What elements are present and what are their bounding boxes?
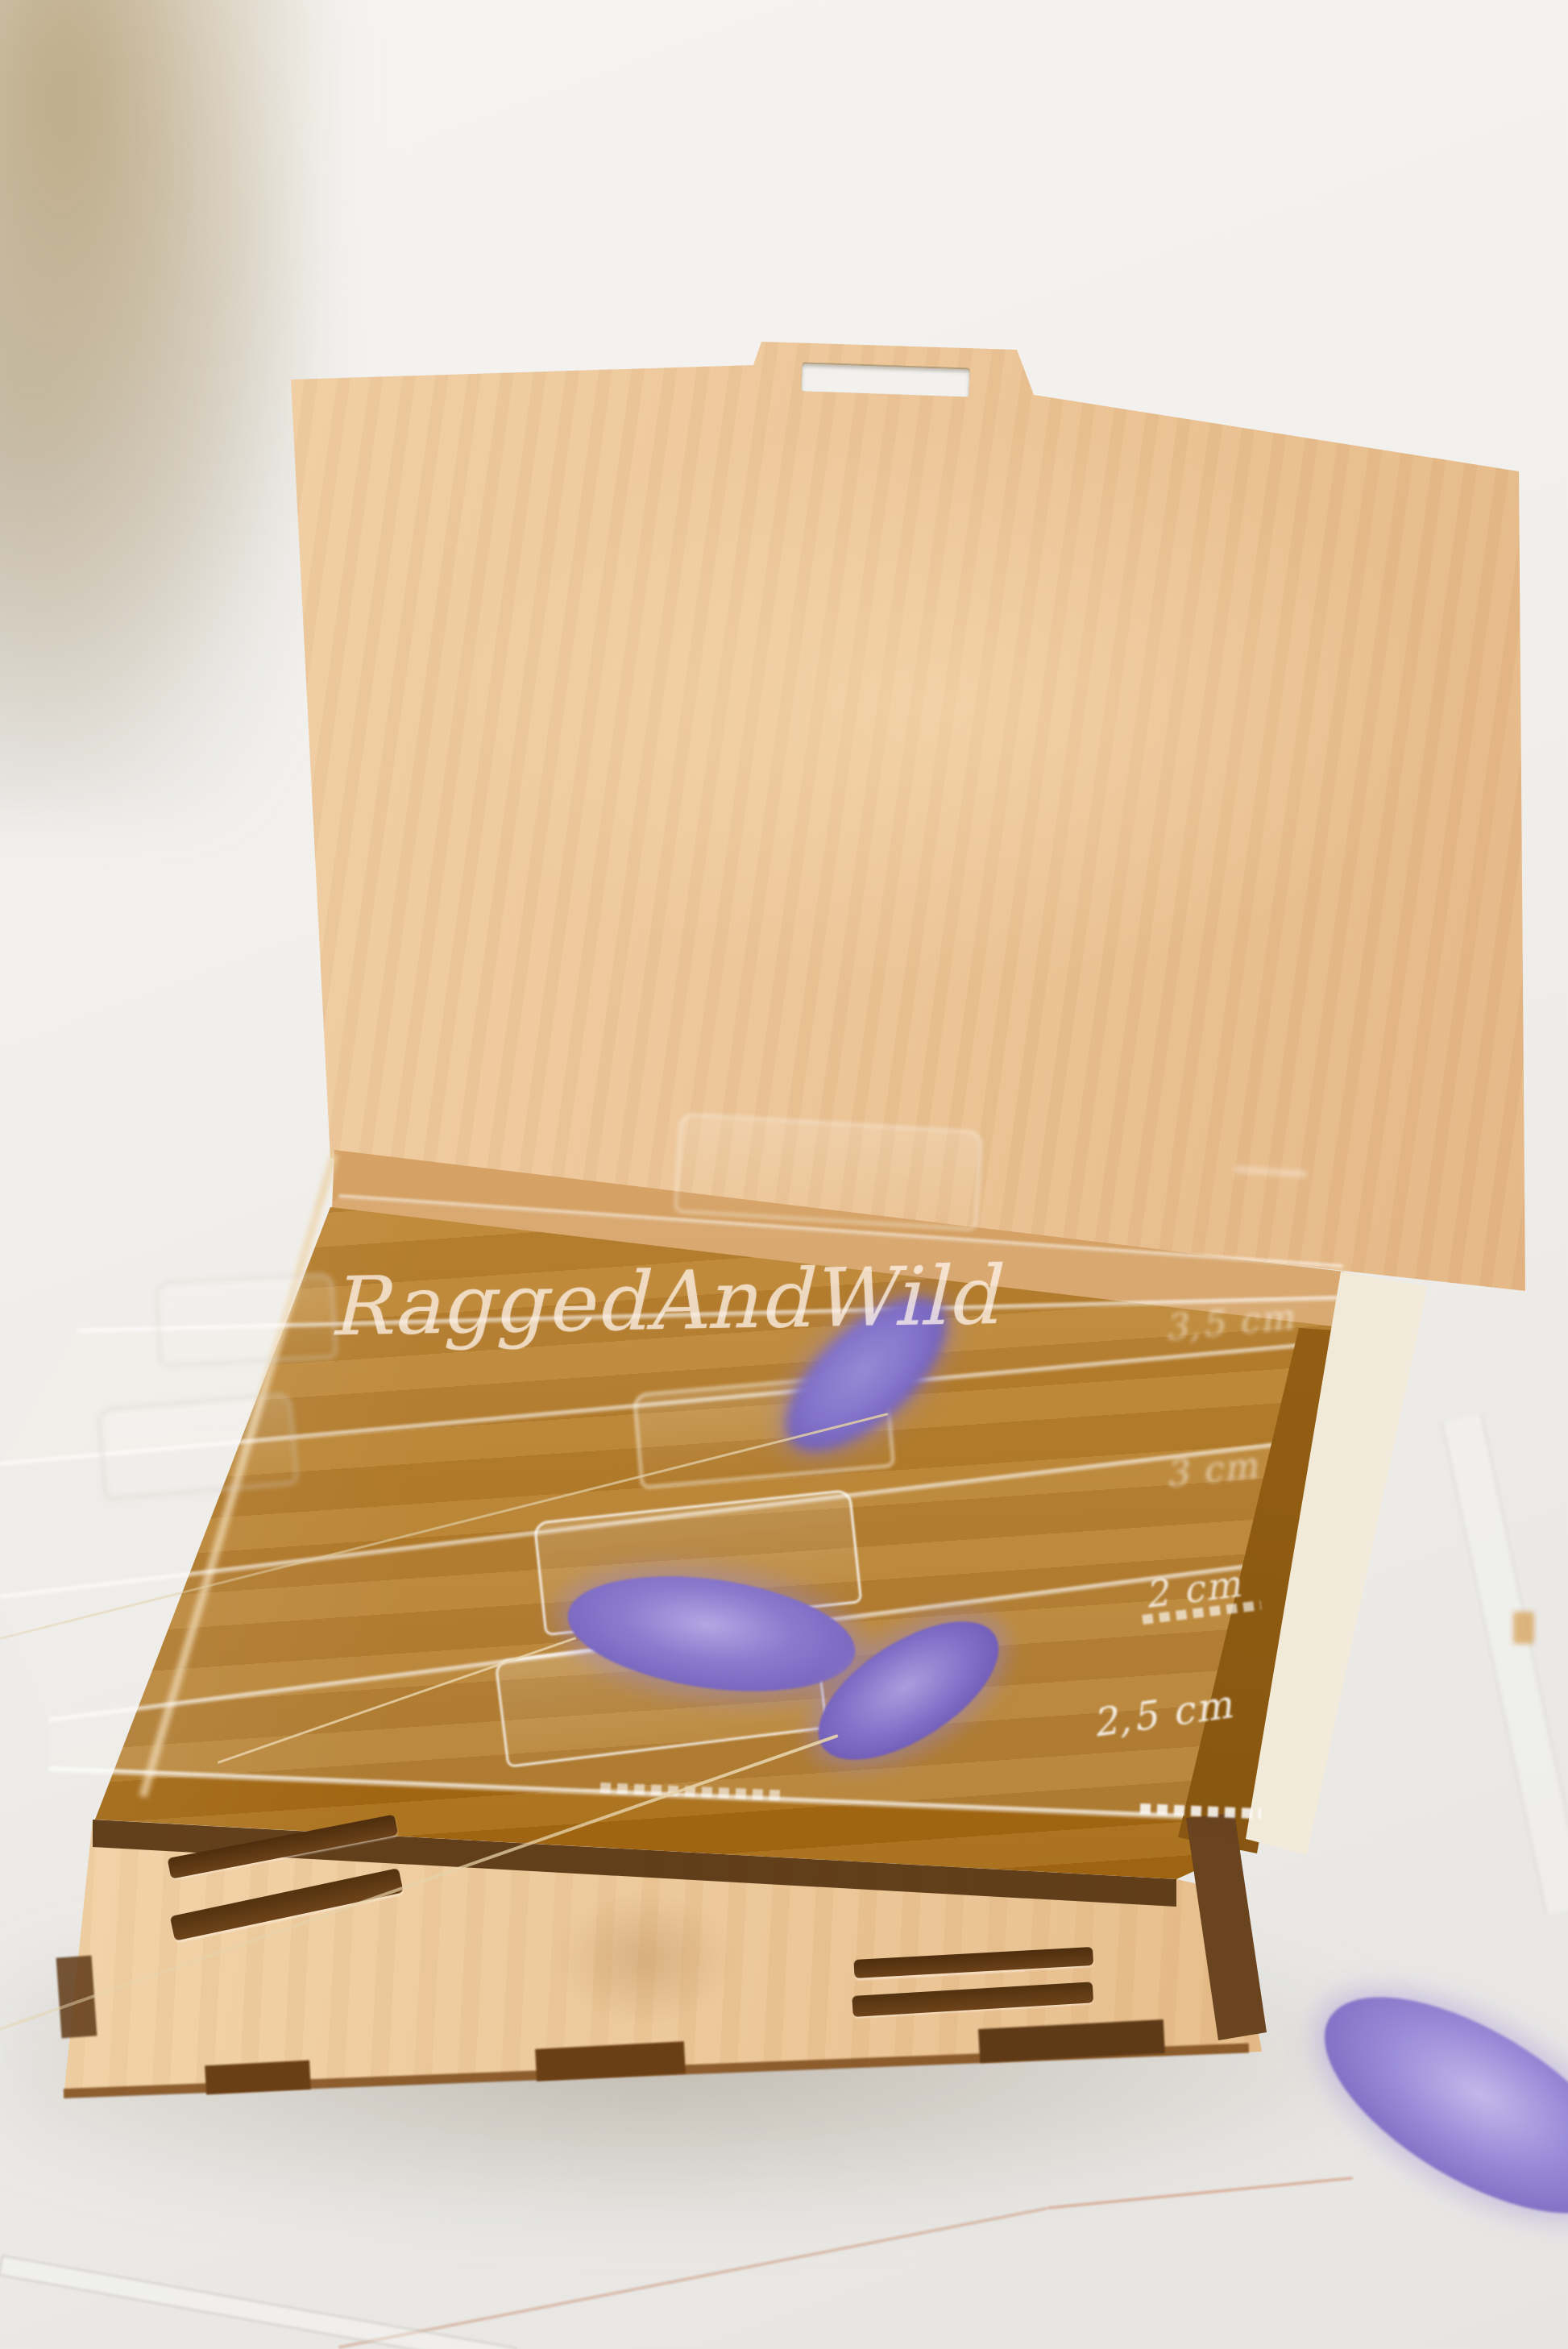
table-acrylic-strip-bottom-left: [0, 2255, 516, 2349]
acrylic-tab-back: [674, 1113, 983, 1231]
acrylic-tab-left-row2: [155, 1272, 337, 1367]
acrylic-strip-amber-glint: [1513, 1612, 1534, 1644]
product-photo: 3,5 cm 3 cm 2 cm 2,5 cm RaggedAndWild: [0, 0, 1568, 2349]
acrylic-tab-left-row3: [97, 1392, 298, 1501]
lid-tab-slot: [801, 363, 969, 396]
finger-joint-notch-1: [205, 2061, 311, 2095]
table-acrylic-strip-right: [1441, 1414, 1568, 1915]
watermark-text: RaggedAndWild: [328, 1248, 999, 1354]
